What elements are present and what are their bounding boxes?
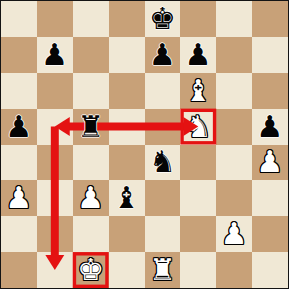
square-b8[interactable] bbox=[37, 1, 73, 37]
piece-white-rook-e1[interactable]: ♜ bbox=[149, 255, 176, 285]
piece-white-pawn-c3[interactable]: ♟ bbox=[77, 183, 104, 213]
square-c5[interactable]: ♜ bbox=[73, 109, 109, 145]
square-d8[interactable] bbox=[109, 1, 145, 37]
piece-black-pawn-a5[interactable]: ♟ bbox=[5, 112, 32, 142]
square-c1[interactable]: ♚ bbox=[73, 252, 109, 288]
square-a4[interactable] bbox=[1, 145, 37, 181]
piece-white-bishop-f6[interactable]: ♝ bbox=[185, 76, 212, 106]
square-h2[interactable] bbox=[252, 216, 288, 252]
square-g2[interactable]: ♟ bbox=[216, 216, 252, 252]
square-a6[interactable] bbox=[1, 73, 37, 109]
piece-black-king-e8[interactable]: ♚ bbox=[149, 4, 176, 34]
piece-black-knight-e4[interactable]: ♞ bbox=[149, 147, 176, 177]
square-b5[interactable] bbox=[37, 109, 73, 145]
square-d4[interactable] bbox=[109, 145, 145, 181]
square-h3[interactable] bbox=[252, 180, 288, 216]
square-b4[interactable] bbox=[37, 145, 73, 181]
square-e7[interactable]: ♟ bbox=[145, 37, 181, 73]
board-squares: ♚♟♟♟♝♟♜♞♟♞♟♟♟♝♟♚♜ bbox=[1, 1, 288, 288]
square-h5[interactable]: ♟ bbox=[252, 109, 288, 145]
square-g5[interactable] bbox=[216, 109, 252, 145]
square-e2[interactable] bbox=[145, 216, 181, 252]
square-c3[interactable]: ♟ bbox=[73, 180, 109, 216]
piece-white-pawn-a3[interactable]: ♟ bbox=[5, 183, 32, 213]
piece-black-pawn-e7[interactable]: ♟ bbox=[149, 40, 176, 70]
square-h4[interactable]: ♟ bbox=[252, 145, 288, 181]
square-e8[interactable]: ♚ bbox=[145, 1, 181, 37]
piece-white-pawn-h4[interactable]: ♟ bbox=[257, 147, 284, 177]
square-d6[interactable] bbox=[109, 73, 145, 109]
square-h6[interactable] bbox=[252, 73, 288, 109]
square-e4[interactable]: ♞ bbox=[145, 145, 181, 181]
square-h1[interactable] bbox=[252, 252, 288, 288]
square-g8[interactable] bbox=[216, 1, 252, 37]
chess-board: ♚♟♟♟♝♟♜♞♟♞♟♟♟♝♟♚♜ bbox=[0, 0, 289, 289]
square-g7[interactable] bbox=[216, 37, 252, 73]
square-c2[interactable] bbox=[73, 216, 109, 252]
square-g4[interactable] bbox=[216, 145, 252, 181]
square-f3[interactable] bbox=[180, 180, 216, 216]
square-b1[interactable] bbox=[37, 252, 73, 288]
square-f1[interactable] bbox=[180, 252, 216, 288]
square-h8[interactable] bbox=[252, 1, 288, 37]
square-b7[interactable]: ♟ bbox=[37, 37, 73, 73]
square-a2[interactable] bbox=[1, 216, 37, 252]
square-c8[interactable] bbox=[73, 1, 109, 37]
square-d7[interactable] bbox=[109, 37, 145, 73]
square-g1[interactable] bbox=[216, 252, 252, 288]
square-f5[interactable]: ♞ bbox=[180, 109, 216, 145]
square-e3[interactable] bbox=[145, 180, 181, 216]
square-f6[interactable]: ♝ bbox=[180, 73, 216, 109]
square-f7[interactable]: ♟ bbox=[180, 37, 216, 73]
square-d1[interactable] bbox=[109, 252, 145, 288]
square-a1[interactable] bbox=[1, 252, 37, 288]
square-a3[interactable]: ♟ bbox=[1, 180, 37, 216]
square-e5[interactable] bbox=[145, 109, 181, 145]
square-c6[interactable] bbox=[73, 73, 109, 109]
square-b2[interactable] bbox=[37, 216, 73, 252]
square-f4[interactable] bbox=[180, 145, 216, 181]
square-g6[interactable] bbox=[216, 73, 252, 109]
square-h7[interactable] bbox=[252, 37, 288, 73]
piece-black-pawn-b7[interactable]: ♟ bbox=[41, 40, 68, 70]
square-e6[interactable] bbox=[145, 73, 181, 109]
piece-black-bishop-d3[interactable]: ♝ bbox=[113, 183, 140, 213]
square-b3[interactable] bbox=[37, 180, 73, 216]
square-d2[interactable] bbox=[109, 216, 145, 252]
square-a8[interactable] bbox=[1, 1, 37, 37]
square-d3[interactable]: ♝ bbox=[109, 180, 145, 216]
piece-white-king-c1[interactable]: ♚ bbox=[77, 255, 104, 285]
square-a7[interactable] bbox=[1, 37, 37, 73]
square-a5[interactable]: ♟ bbox=[1, 109, 37, 145]
square-f2[interactable] bbox=[180, 216, 216, 252]
square-d5[interactable] bbox=[109, 109, 145, 145]
square-e1[interactable]: ♜ bbox=[145, 252, 181, 288]
square-b6[interactable] bbox=[37, 73, 73, 109]
piece-black-pawn-h5[interactable]: ♟ bbox=[257, 112, 284, 142]
piece-black-rook-c5[interactable]: ♜ bbox=[77, 112, 104, 142]
square-f8[interactable] bbox=[180, 1, 216, 37]
square-c7[interactable] bbox=[73, 37, 109, 73]
square-g3[interactable] bbox=[216, 180, 252, 216]
piece-black-pawn-f7[interactable]: ♟ bbox=[185, 40, 212, 70]
square-c4[interactable] bbox=[73, 145, 109, 181]
piece-white-knight-f5[interactable]: ♞ bbox=[185, 112, 212, 142]
piece-white-pawn-g2[interactable]: ♟ bbox=[221, 219, 248, 249]
